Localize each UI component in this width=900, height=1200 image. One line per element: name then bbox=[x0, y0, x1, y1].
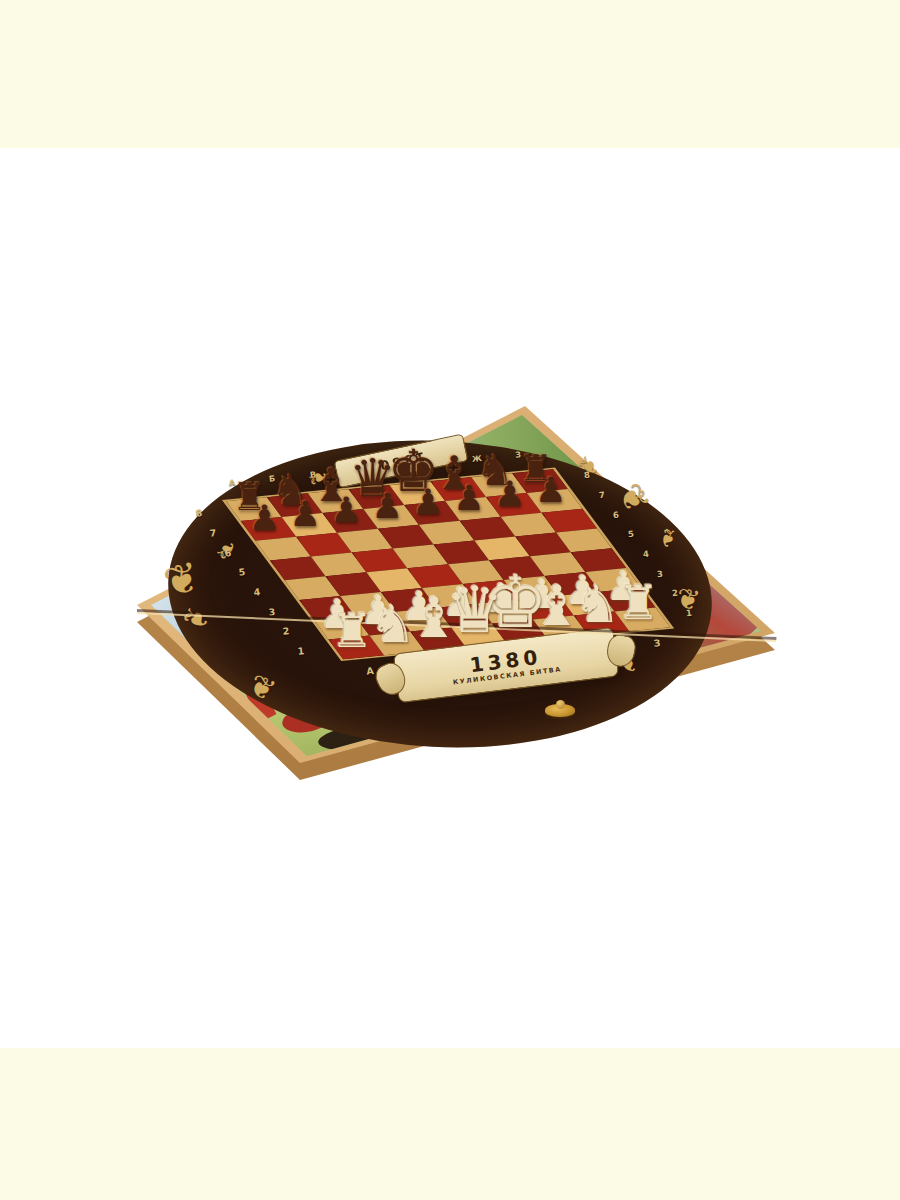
piece-black-pawn: ♟ bbox=[249, 501, 280, 536]
gold-flourish-icon: ❧ bbox=[654, 526, 682, 550]
piece-black-pawn: ♟ bbox=[494, 477, 525, 512]
coordinate-label: 7 bbox=[209, 527, 217, 539]
brass-clasp bbox=[545, 704, 575, 717]
piece-white-knight: ♞ bbox=[370, 598, 417, 650]
piece-white-rook: ♜ bbox=[617, 579, 659, 626]
coordinate-label: 5 bbox=[628, 529, 635, 540]
coordinate-label: 8 bbox=[195, 507, 203, 519]
product-page: ❦❧❧❦❧❧❦❧❦❧ 1122334455667788ААББВВГГДДЕЕЖ… bbox=[0, 0, 900, 1200]
piece-white-bishop: ♝ bbox=[409, 590, 459, 646]
coordinate-label: 1 bbox=[297, 645, 305, 657]
coordinate-label: 2 bbox=[282, 625, 290, 637]
coordinate-label: 5 bbox=[239, 566, 247, 578]
coordinate-label: 8 bbox=[584, 470, 591, 481]
coordinate-label: 2 bbox=[671, 588, 678, 599]
coordinate-label: 7 bbox=[598, 490, 605, 501]
coordinate-label: 6 bbox=[224, 547, 232, 559]
coordinate-label: А bbox=[366, 665, 374, 677]
piece-black-pawn: ♟ bbox=[453, 481, 484, 516]
coordinate-label: 4 bbox=[253, 586, 261, 598]
coordinate-label: 4 bbox=[642, 549, 649, 560]
piece-black-pawn: ♟ bbox=[535, 473, 566, 508]
product-photo: ❦❧❧❦❧❧❦❧❦❧ 1122334455667788ААББВВГГДДЕЕЖ… bbox=[0, 148, 900, 1048]
piece-black-pawn: ♟ bbox=[412, 485, 443, 520]
piece-white-rook: ♜ bbox=[331, 607, 373, 654]
coordinate-label: З bbox=[653, 637, 661, 649]
piece-black-pawn: ♟ bbox=[371, 489, 402, 524]
piece-black-pawn: ♟ bbox=[330, 493, 361, 528]
piece-black-pawn: ♟ bbox=[290, 497, 321, 532]
